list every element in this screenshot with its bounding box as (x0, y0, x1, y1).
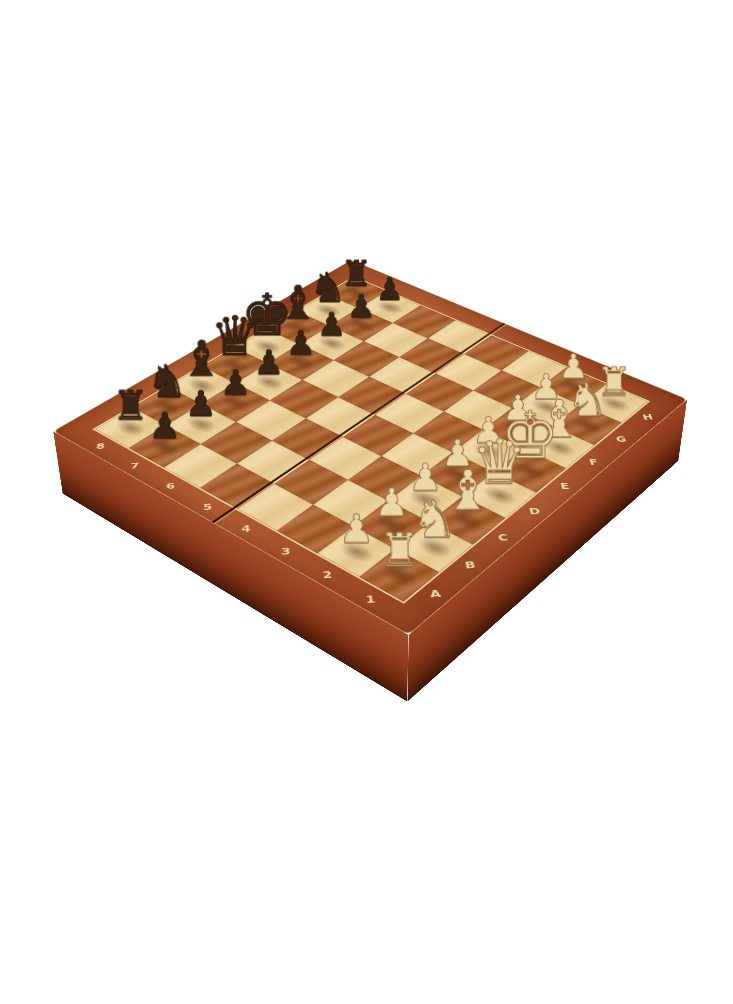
file-label-H: H (640, 413, 657, 422)
product-photo-canvas: ♜♟♟♜♞♟♟♞♝♟♟♝♚♟♟♚♛♟♟♛♝♟♟♝♞♟♟♞♜♟♟♜ 8765432… (0, 0, 733, 1004)
chess-board: ♜♟♟♜♞♟♟♞♝♟♟♝♚♟♟♚♛♟♟♛♝♟♟♝♞♟♟♞♜♟♟♜ 8765432… (53, 260, 687, 635)
board-surface: ♜♟♟♜♞♟♟♞♝♟♟♝♚♟♟♚♛♟♟♛♝♟♟♝♞♟♟♞♜♟♟♜ 8765432… (53, 260, 687, 635)
file-label-F: F (585, 457, 602, 466)
piece-white-rook-a1: ♜ (362, 524, 436, 575)
file-label-D: D (526, 506, 544, 516)
file-label-B: B (461, 559, 479, 570)
file-label-E: E (556, 481, 574, 491)
piece-black-pawn-a7: ♟ (132, 406, 198, 446)
scene: ♜♟♟♜♞♟♟♞♝♟♟♝♚♟♟♚♛♟♟♛♝♟♟♝♞♟♟♞♜♟♟♜ 8765432… (150, 190, 600, 640)
file-label-C: C (495, 532, 513, 543)
file-label-A: A (427, 588, 445, 600)
file-label-G: G (613, 435, 630, 444)
